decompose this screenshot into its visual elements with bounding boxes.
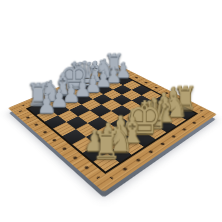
bishop-glyph: ♝ bbox=[84, 58, 105, 86]
pawn-glyph: ♟ bbox=[85, 73, 102, 96]
king-glyph: ♚ bbox=[60, 58, 88, 95]
pawn-glyph: ♟ bbox=[62, 82, 80, 106]
square-d7: ♟ bbox=[84, 89, 103, 99]
square-c7: ♟ bbox=[94, 84, 113, 94]
queen-glyph: ♛ bbox=[72, 57, 97, 90]
knight-glyph: ♞ bbox=[95, 55, 115, 81]
square-e6 bbox=[81, 99, 101, 110]
pawn-glyph: ♟ bbox=[105, 64, 122, 86]
rook-glyph: ♜ bbox=[92, 126, 121, 164]
square-d8: ♛ bbox=[75, 84, 94, 94]
square-h7: ♟ bbox=[36, 109, 57, 121]
border-dots-left bbox=[20, 67, 113, 107]
square-b7: ♟ bbox=[104, 80, 122, 89]
square-a8: ♜ bbox=[105, 71, 123, 80]
board-grid: ♜♟♟♜♞♟♟♞♝♟♟♝♛♟♟♛♚♟♟♚♝♟♟♝♞♟♟♞♜♟♟♜ bbox=[26, 70, 198, 174]
pawn-glyph: ♟ bbox=[37, 92, 56, 117]
square-e8: ♚ bbox=[65, 88, 84, 98]
pawn-glyph: ♟ bbox=[95, 69, 112, 91]
pawn-glyph: ♟ bbox=[115, 61, 131, 82]
square-e7: ♟ bbox=[73, 94, 93, 105]
square-a6 bbox=[123, 80, 142, 89]
square-f7: ♟ bbox=[61, 99, 81, 110]
photo-background: ♜♟♟♜♞♟♟♞♝♟♟♝♛♟♟♛♚♟♟♚♝♟♟♝♞♟♟♞♜♟♟♜ bbox=[0, 0, 222, 222]
rook-glyph: ♜ bbox=[104, 51, 124, 78]
square-d6 bbox=[92, 94, 112, 105]
chess-board: ♜♟♟♜♞♟♟♞♝♟♟♝♛♟♟♛♚♟♟♚♝♟♟♝♞♟♟♞♜♟♟♜ bbox=[8, 63, 217, 192]
pawn-glyph: ♟ bbox=[74, 77, 92, 100]
square-a7: ♟ bbox=[114, 76, 132, 85]
chess-scene: ♜♟♟♜♞♟♟♞♝♟♟♝♛♟♟♛♚♟♟♚♝♟♟♝♞♟♟♞♜♟♟♜ bbox=[0, 0, 222, 222]
square-c8: ♝ bbox=[86, 79, 104, 88]
square-b8: ♞ bbox=[96, 75, 114, 84]
square-c6 bbox=[103, 89, 122, 99]
